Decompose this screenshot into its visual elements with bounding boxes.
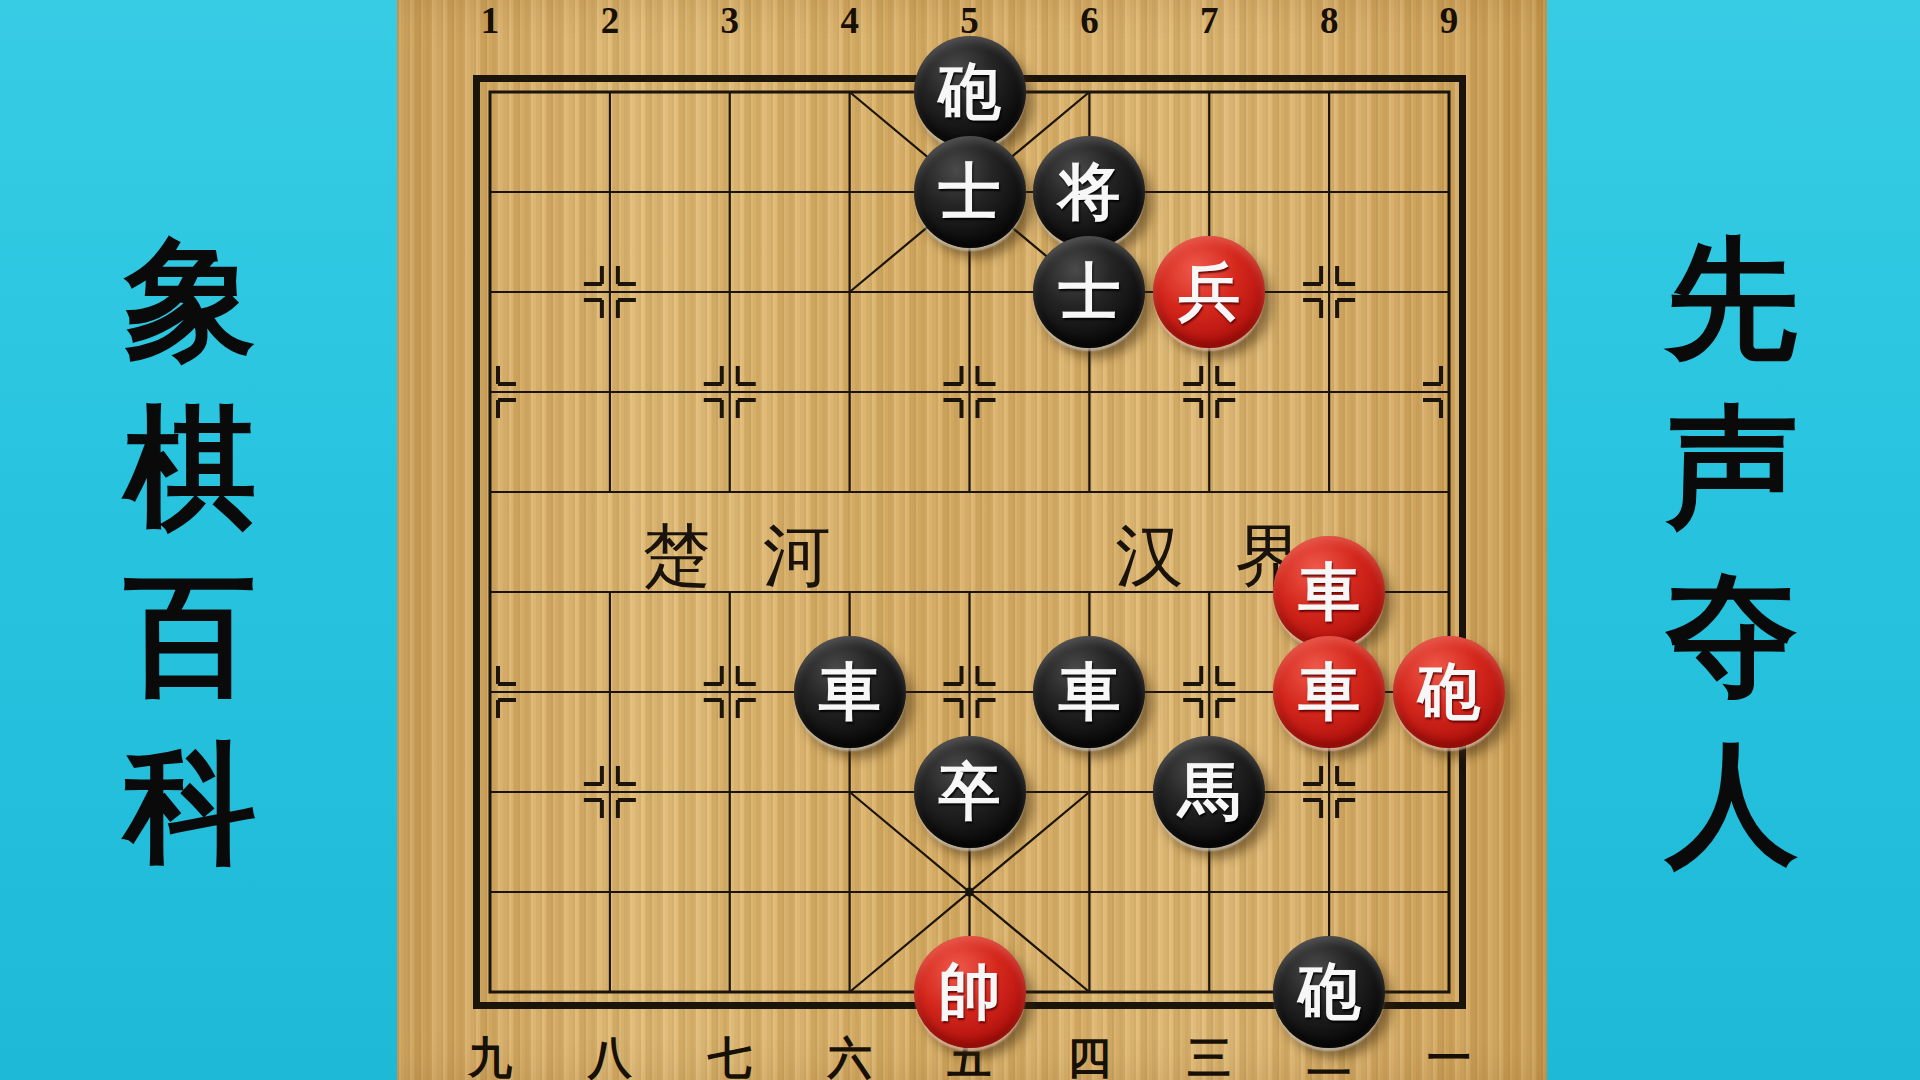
piece-glyph: 砲 — [1298, 961, 1360, 1023]
title-char: 人 — [1666, 720, 1798, 888]
piece-glyph: 兵 — [1178, 261, 1240, 323]
piece-glyph: 車 — [1058, 661, 1120, 723]
piece-black-cannon[interactable]: 砲 — [914, 36, 1026, 148]
right-title-banner: 先声夺人 — [1666, 216, 1798, 888]
piece-glyph: 将 — [1058, 161, 1120, 223]
title-char: 夺 — [1666, 552, 1798, 720]
piece-glyph: 士 — [939, 161, 1001, 223]
piece-black-cannon[interactable]: 砲 — [1273, 936, 1385, 1048]
piece-glyph: 帥 — [939, 961, 1001, 1023]
title-char: 声 — [1666, 384, 1798, 552]
piece-red-chariot[interactable]: 車 — [1273, 636, 1385, 748]
piece-glyph: 馬 — [1178, 761, 1240, 823]
piece-red-soldier[interactable]: 兵 — [1153, 236, 1265, 348]
title-char: 先 — [1666, 216, 1798, 384]
piece-black-horse[interactable]: 馬 — [1153, 736, 1265, 848]
pieces-layer: 砲士将士兵車車車車砲卒馬帥砲 — [0, 0, 1920, 1080]
piece-glyph: 砲 — [939, 61, 1001, 123]
piece-black-advisor[interactable]: 士 — [914, 136, 1026, 248]
piece-black-advisor[interactable]: 士 — [1033, 236, 1145, 348]
stage: 象棋百科 123456789 九八七六五四三二一 楚河汉界 砲士将士兵車車車車砲… — [0, 0, 1920, 1080]
piece-black-chariot[interactable]: 車 — [1033, 636, 1145, 748]
piece-black-soldier[interactable]: 卒 — [914, 736, 1026, 848]
piece-glyph: 車 — [1298, 661, 1360, 723]
piece-black-general[interactable]: 将 — [1033, 136, 1145, 248]
piece-glyph: 車 — [819, 661, 881, 723]
piece-red-cannon[interactable]: 砲 — [1393, 636, 1505, 748]
piece-glyph: 車 — [1298, 561, 1360, 623]
piece-red-general[interactable]: 帥 — [914, 936, 1026, 1048]
piece-black-chariot[interactable]: 車 — [794, 636, 906, 748]
piece-glyph: 卒 — [939, 761, 1001, 823]
piece-glyph: 砲 — [1418, 661, 1480, 723]
piece-red-chariot[interactable]: 車 — [1273, 536, 1385, 648]
piece-glyph: 士 — [1058, 261, 1120, 323]
